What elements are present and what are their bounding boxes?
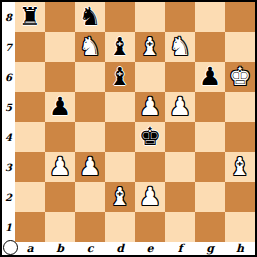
square-c5[interactable] [75,92,105,122]
square-c8[interactable]: ♞ [75,2,105,32]
square-e2[interactable]: ♟ [135,182,165,212]
black-pawn[interactable]: ♟ [199,62,221,92]
square-e7[interactable]: ♝ [135,32,165,62]
square-b4[interactable] [45,122,75,152]
white-pawn[interactable]: ♟ [139,92,161,122]
rank-label-5: 5 [2,92,15,122]
square-g2[interactable] [195,182,225,212]
rank-label-1: 1 [2,212,15,242]
square-h2[interactable] [225,182,255,212]
white-bishop[interactable]: ♝ [109,182,131,212]
square-a8[interactable]: ♜ [15,2,45,32]
square-c4[interactable] [75,122,105,152]
square-f4[interactable] [165,122,195,152]
square-d1[interactable] [105,212,135,242]
square-h7[interactable] [225,32,255,62]
square-e1[interactable] [135,212,165,242]
white-pawn[interactable]: ♟ [139,182,161,212]
file-label-c: c [75,242,105,255]
square-b2[interactable] [45,182,75,212]
black-bishop[interactable]: ♝ [109,32,131,62]
square-f3[interactable] [165,152,195,182]
square-h3[interactable]: ♝ [225,152,255,182]
square-f7[interactable]: ♞ [165,32,195,62]
square-h5[interactable] [225,92,255,122]
square-g7[interactable] [195,32,225,62]
square-d6[interactable]: ♝ [105,62,135,92]
file-labels: abcdefgh [15,242,255,255]
square-e3[interactable] [135,152,165,182]
square-b6[interactable] [45,62,75,92]
white-pawn[interactable]: ♟ [49,152,71,182]
square-e5[interactable]: ♟ [135,92,165,122]
square-d5[interactable] [105,92,135,122]
square-b8[interactable] [45,2,75,32]
white-pawn[interactable]: ♟ [79,152,101,182]
rank-label-3: 3 [2,152,15,182]
square-d4[interactable] [105,122,135,152]
square-e4[interactable]: ♚ [135,122,165,152]
square-c7[interactable]: ♞ [75,32,105,62]
square-d3[interactable] [105,152,135,182]
rank-labels: 87654321 [2,2,15,242]
rank-label-6: 6 [2,62,15,92]
square-g5[interactable] [195,92,225,122]
black-rook[interactable]: ♜ [19,2,41,32]
white-pawn[interactable]: ♟ [169,92,191,122]
black-bishop[interactable]: ♝ [109,62,131,92]
black-knight[interactable]: ♞ [79,2,101,32]
file-label-d: d [105,242,135,255]
square-b5[interactable]: ♟ [45,92,75,122]
square-a5[interactable] [15,92,45,122]
square-f1[interactable] [165,212,195,242]
square-e8[interactable] [135,2,165,32]
square-a6[interactable] [15,62,45,92]
square-h6[interactable]: ♚ [225,62,255,92]
white-bishop[interactable]: ♝ [229,152,251,182]
square-f2[interactable] [165,182,195,212]
square-a7[interactable] [15,32,45,62]
square-c2[interactable] [75,182,105,212]
square-a2[interactable] [15,182,45,212]
white-knight[interactable]: ♞ [79,32,101,62]
square-h8[interactable] [225,2,255,32]
white-to-move-indicator-icon [3,240,18,255]
square-g1[interactable] [195,212,225,242]
square-b3[interactable]: ♟ [45,152,75,182]
square-h4[interactable] [225,122,255,152]
square-e6[interactable] [135,62,165,92]
white-king[interactable]: ♚ [229,62,251,92]
square-d2[interactable]: ♝ [105,182,135,212]
square-h1[interactable] [225,212,255,242]
rank-label-7: 7 [2,32,15,62]
square-f8[interactable] [165,2,195,32]
file-label-a: a [15,242,45,255]
square-a4[interactable] [15,122,45,152]
square-g3[interactable] [195,152,225,182]
file-label-b: b [45,242,75,255]
square-d7[interactable]: ♝ [105,32,135,62]
file-label-g: g [195,242,225,255]
square-a3[interactable] [15,152,45,182]
white-knight[interactable]: ♞ [169,32,191,62]
square-g6[interactable]: ♟ [195,62,225,92]
square-g8[interactable] [195,2,225,32]
square-b7[interactable] [45,32,75,62]
square-c1[interactable] [75,212,105,242]
square-f5[interactable]: ♟ [165,92,195,122]
file-label-f: f [165,242,195,255]
square-d8[interactable] [105,2,135,32]
black-king[interactable]: ♚ [139,122,161,152]
rank-label-8: 8 [2,2,15,32]
file-label-e: e [135,242,165,255]
chess-diagram: 87654321 ♜♞♞♝♝♞♝♟♚♟♟♟♚♟♟♝♝♟ abcdefgh [0,0,257,257]
square-c6[interactable] [75,62,105,92]
square-g4[interactable] [195,122,225,152]
black-pawn[interactable]: ♟ [49,92,71,122]
file-label-h: h [225,242,255,255]
square-b1[interactable] [45,212,75,242]
square-a1[interactable] [15,212,45,242]
rank-label-2: 2 [2,182,15,212]
white-bishop[interactable]: ♝ [139,32,161,62]
chess-board: ♜♞♞♝♝♞♝♟♚♟♟♟♚♟♟♝♝♟ [15,2,255,242]
square-f6[interactable] [165,62,195,92]
square-c3[interactable]: ♟ [75,152,105,182]
rank-label-4: 4 [2,122,15,152]
